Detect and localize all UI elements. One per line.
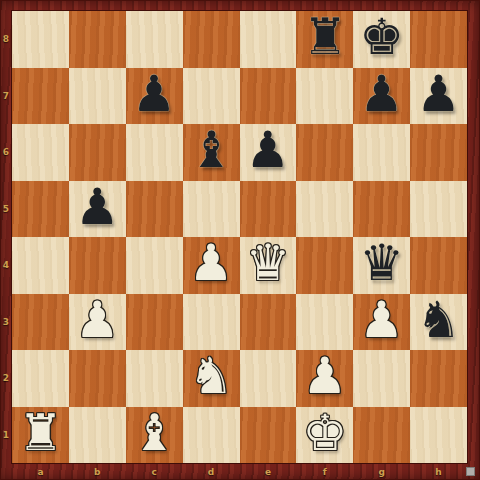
- square-d7[interactable]: [183, 68, 240, 125]
- black-queen-g4[interactable]: ♛: [359, 238, 404, 288]
- rank-label-2: 2: [0, 350, 12, 407]
- square-c5[interactable]: [126, 181, 183, 238]
- square-e2[interactable]: [240, 350, 297, 407]
- square-d2[interactable]: ♞: [183, 350, 240, 407]
- white-king-f1[interactable]: ♚: [302, 408, 347, 458]
- square-b4[interactable]: [69, 237, 126, 294]
- black-pawn-g7[interactable]: ♟: [359, 69, 404, 119]
- square-c6[interactable]: [126, 124, 183, 181]
- square-g2[interactable]: [353, 350, 410, 407]
- square-a7[interactable]: [12, 68, 69, 125]
- square-g3[interactable]: ♟: [353, 294, 410, 351]
- square-d4[interactable]: ♟: [183, 237, 240, 294]
- chess-board-window: ♜♚♟♟♟♝♟♟♟♛♛♟♟♞♞♟♜♝♚ 87654321 abcdefgh: [0, 0, 480, 480]
- square-h4[interactable]: [410, 237, 467, 294]
- white-pawn-b3[interactable]: ♟: [75, 295, 120, 345]
- square-d5[interactable]: [183, 181, 240, 238]
- black-bishop-d6[interactable]: ♝: [189, 125, 234, 175]
- white-bishop-c1[interactable]: ♝: [132, 408, 177, 458]
- square-c1[interactable]: ♝: [126, 407, 183, 464]
- square-e8[interactable]: [240, 11, 297, 68]
- square-g4[interactable]: ♛: [353, 237, 410, 294]
- black-knight-h3[interactable]: ♞: [416, 295, 461, 345]
- square-a6[interactable]: [12, 124, 69, 181]
- board-resize-handle[interactable]: [466, 467, 475, 476]
- square-h1[interactable]: [410, 407, 467, 464]
- square-b3[interactable]: ♟: [69, 294, 126, 351]
- square-g8[interactable]: ♚: [353, 11, 410, 68]
- white-pawn-f2[interactable]: ♟: [302, 351, 347, 401]
- square-a3[interactable]: [12, 294, 69, 351]
- square-e1[interactable]: [240, 407, 297, 464]
- rank-label-6: 6: [0, 124, 12, 181]
- square-h8[interactable]: [410, 11, 467, 68]
- white-pawn-g3[interactable]: ♟: [359, 295, 404, 345]
- square-h7[interactable]: ♟: [410, 68, 467, 125]
- square-h3[interactable]: ♞: [410, 294, 467, 351]
- black-pawn-b5[interactable]: ♟: [75, 182, 120, 232]
- square-a8[interactable]: [12, 11, 69, 68]
- square-f8[interactable]: ♜: [296, 11, 353, 68]
- square-d3[interactable]: [183, 294, 240, 351]
- white-knight-d2[interactable]: ♞: [189, 351, 234, 401]
- square-f1[interactable]: ♚: [296, 407, 353, 464]
- square-g1[interactable]: [353, 407, 410, 464]
- square-c2[interactable]: [126, 350, 183, 407]
- square-g6[interactable]: [353, 124, 410, 181]
- white-rook-a1[interactable]: ♜: [18, 408, 63, 458]
- black-king-g8[interactable]: ♚: [359, 12, 404, 62]
- white-pawn-d4[interactable]: ♟: [189, 238, 234, 288]
- square-f2[interactable]: ♟: [296, 350, 353, 407]
- rank-label-5: 5: [0, 181, 12, 238]
- square-b8[interactable]: [69, 11, 126, 68]
- board: ♜♚♟♟♟♝♟♟♟♛♛♟♟♞♞♟♜♝♚: [12, 11, 467, 463]
- square-e7[interactable]: [240, 68, 297, 125]
- square-g7[interactable]: ♟: [353, 68, 410, 125]
- square-f7[interactable]: [296, 68, 353, 125]
- rank-label-8: 8: [0, 11, 12, 68]
- square-e3[interactable]: [240, 294, 297, 351]
- file-label-a: a: [12, 463, 69, 480]
- square-g5[interactable]: [353, 181, 410, 238]
- square-h6[interactable]: [410, 124, 467, 181]
- square-b5[interactable]: ♟: [69, 181, 126, 238]
- file-label-e: e: [240, 463, 297, 480]
- rank-label-4: 4: [0, 237, 12, 294]
- square-f5[interactable]: [296, 181, 353, 238]
- square-d1[interactable]: [183, 407, 240, 464]
- black-pawn-c7[interactable]: ♟: [132, 69, 177, 119]
- square-c4[interactable]: [126, 237, 183, 294]
- file-label-h: h: [410, 463, 467, 480]
- rank-label-3: 3: [0, 294, 12, 351]
- square-e4[interactable]: ♛: [240, 237, 297, 294]
- square-c3[interactable]: [126, 294, 183, 351]
- rank-label-1: 1: [0, 407, 12, 464]
- square-a4[interactable]: [12, 237, 69, 294]
- file-labels: abcdefgh: [12, 463, 467, 480]
- square-d8[interactable]: [183, 11, 240, 68]
- black-pawn-e6[interactable]: ♟: [246, 125, 291, 175]
- square-c7[interactable]: ♟: [126, 68, 183, 125]
- square-a1[interactable]: ♜: [12, 407, 69, 464]
- square-e5[interactable]: [240, 181, 297, 238]
- square-f4[interactable]: [296, 237, 353, 294]
- square-c8[interactable]: [126, 11, 183, 68]
- square-a5[interactable]: [12, 181, 69, 238]
- square-h5[interactable]: [410, 181, 467, 238]
- square-b1[interactable]: [69, 407, 126, 464]
- square-d6[interactable]: ♝: [183, 124, 240, 181]
- black-pawn-h7[interactable]: ♟: [416, 69, 461, 119]
- square-h2[interactable]: [410, 350, 467, 407]
- rank-label-7: 7: [0, 68, 12, 125]
- square-e6[interactable]: ♟: [240, 124, 297, 181]
- file-label-c: c: [126, 463, 183, 480]
- square-f3[interactable]: [296, 294, 353, 351]
- square-b6[interactable]: [69, 124, 126, 181]
- black-rook-f8[interactable]: ♜: [302, 12, 347, 62]
- square-f6[interactable]: [296, 124, 353, 181]
- file-label-b: b: [69, 463, 126, 480]
- file-label-g: g: [353, 463, 410, 480]
- square-b7[interactable]: [69, 68, 126, 125]
- square-b2[interactable]: [69, 350, 126, 407]
- rank-labels: 87654321: [0, 11, 12, 463]
- white-queen-e4[interactable]: ♛: [246, 238, 291, 288]
- file-label-d: d: [183, 463, 240, 480]
- file-label-f: f: [296, 463, 353, 480]
- square-a2[interactable]: [12, 350, 69, 407]
